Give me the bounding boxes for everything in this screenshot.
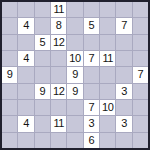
clue-cell-r2c2: 5	[35, 35, 50, 50]
cell-r8c0[interactable]	[2, 133, 17, 148]
cell-r6c8[interactable]	[133, 100, 148, 115]
cell-r5c6[interactable]	[100, 84, 115, 99]
clue-cell-r7c5: 3	[84, 116, 99, 131]
clue-cell-r5c3: 12	[51, 84, 66, 99]
cell-r0c5[interactable]	[84, 2, 99, 17]
clue-cell-r0c3: 11	[51, 2, 66, 17]
clue-cell-r7c7: 3	[116, 116, 131, 131]
clue-cell-r1c1: 4	[18, 18, 33, 33]
cell-r0c1[interactable]	[18, 2, 33, 17]
cell-r8c3[interactable]	[51, 133, 66, 148]
cell-r8c2[interactable]	[35, 133, 50, 148]
clue-cell-r3c1: 4	[18, 51, 33, 66]
clue-cell-r4c8: 7	[133, 67, 148, 82]
cell-r2c1[interactable]	[18, 35, 33, 50]
cell-r4c2[interactable]	[35, 67, 50, 82]
cell-r2c5[interactable]	[84, 35, 99, 50]
cell-r3c7[interactable]	[116, 51, 131, 66]
cell-r8c4[interactable]	[67, 133, 82, 148]
cell-r6c0[interactable]	[2, 100, 17, 115]
clue-cell-r3c5: 7	[84, 51, 99, 66]
cell-r8c1[interactable]	[18, 133, 33, 148]
clue-cell-r5c7: 3	[116, 84, 131, 99]
cell-r8c7[interactable]	[116, 133, 131, 148]
cell-r0c0[interactable]	[2, 2, 17, 17]
clue-cell-r7c3: 11	[51, 116, 66, 131]
cell-r3c0[interactable]	[2, 51, 17, 66]
clue-cell-r1c7: 7	[116, 18, 131, 33]
cell-r7c8[interactable]	[133, 116, 148, 131]
cell-r3c2[interactable]	[35, 51, 50, 66]
cell-r6c7[interactable]	[116, 100, 131, 115]
cell-r4c1[interactable]	[18, 67, 33, 82]
clue-cell-r7c1: 4	[18, 116, 33, 131]
puzzle-board: 11485751241071199791293710411336	[0, 0, 150, 150]
clue-cell-r4c0: 9	[2, 67, 17, 82]
cell-r0c8[interactable]	[133, 2, 148, 17]
cell-r1c0[interactable]	[2, 18, 17, 33]
cell-r4c5[interactable]	[84, 67, 99, 82]
cell-r6c1[interactable]	[18, 100, 33, 115]
clue-cell-r2c3: 12	[51, 35, 66, 50]
clue-cell-r6c5: 7	[84, 100, 99, 115]
cell-r1c6[interactable]	[100, 18, 115, 33]
cell-r5c5[interactable]	[84, 84, 99, 99]
clue-cell-r1c5: 5	[84, 18, 99, 33]
cell-r5c0[interactable]	[2, 84, 17, 99]
cell-r0c2[interactable]	[35, 2, 50, 17]
cell-r5c8[interactable]	[133, 84, 148, 99]
clue-cell-r5c4: 9	[67, 84, 82, 99]
clue-cell-r4c4: 9	[67, 67, 82, 82]
cell-r4c3[interactable]	[51, 67, 66, 82]
cell-r0c6[interactable]	[100, 2, 115, 17]
clue-cell-r1c3: 8	[51, 18, 66, 33]
cell-r6c4[interactable]	[67, 100, 82, 115]
cell-r7c6[interactable]	[100, 116, 115, 131]
clue-cell-r3c4: 10	[67, 51, 82, 66]
cell-r7c0[interactable]	[2, 116, 17, 131]
cell-r7c4[interactable]	[67, 116, 82, 131]
cell-r1c8[interactable]	[133, 18, 148, 33]
clue-cell-r6c6: 10	[100, 100, 115, 115]
cell-r6c2[interactable]	[35, 100, 50, 115]
cell-r0c4[interactable]	[67, 2, 82, 17]
cell-r2c6[interactable]	[100, 35, 115, 50]
cell-r5c1[interactable]	[18, 84, 33, 99]
cell-r7c2[interactable]	[35, 116, 50, 131]
cell-r2c0[interactable]	[2, 35, 17, 50]
cell-r2c4[interactable]	[67, 35, 82, 50]
cell-r8c8[interactable]	[133, 133, 148, 148]
cell-r1c2[interactable]	[35, 18, 50, 33]
clue-cell-r3c6: 11	[100, 51, 115, 66]
clue-cell-r8c5: 6	[84, 133, 99, 148]
cell-r3c3[interactable]	[51, 51, 66, 66]
cell-r2c8[interactable]	[133, 35, 148, 50]
cell-r6c3[interactable]	[51, 100, 66, 115]
cell-r3c8[interactable]	[133, 51, 148, 66]
clue-cell-r5c2: 9	[35, 84, 50, 99]
cell-r1c4[interactable]	[67, 18, 82, 33]
cell-r0c7[interactable]	[116, 2, 131, 17]
cell-r2c7[interactable]	[116, 35, 131, 50]
cell-r8c6[interactable]	[100, 133, 115, 148]
cell-r4c7[interactable]	[116, 67, 131, 82]
cell-r4c6[interactable]	[100, 67, 115, 82]
